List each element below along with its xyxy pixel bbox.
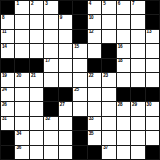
black-cell-r11c11 [146,146,159,159]
black-cell-r5c1 [1,59,14,72]
clue-number-17: 17 [44,59,50,64]
white-cell-r4c7[interactable] [88,44,101,57]
white-cell-r3c5[interactable] [59,30,72,43]
black-cell-r1c1 [1,1,14,14]
white-cell-r8c10[interactable]: 29 [131,102,144,115]
clue-number-23: 23 [102,73,108,78]
crossword-grid: 1234567891011121314151617181920212223242… [0,0,160,160]
clue-number-13: 13 [146,30,152,35]
clue-number-8: 8 [1,15,4,20]
clue-number-9: 9 [59,15,62,20]
white-cell-r9c2[interactable] [15,117,28,130]
white-cell-r4c10[interactable] [131,44,144,57]
white-cell-r4c3[interactable] [30,44,43,57]
white-cell-r4c5[interactable] [59,44,72,57]
white-cell-r11c4[interactable] [44,146,57,159]
white-cell-r9c4[interactable]: 32 [44,117,57,130]
white-cell-r3c3[interactable] [30,30,43,43]
white-cell-r5c9[interactable]: 18 [117,59,130,72]
white-cell-r1c7[interactable]: 4 [88,1,101,14]
black-cell-r9c6 [73,117,86,130]
black-cell-r7c4 [44,88,57,101]
white-cell-r1c3[interactable]: 2 [30,1,43,14]
white-cell-r1c4[interactable]: 3 [44,1,57,14]
crossword-puzzle: 1234567891011121314151617181920212223242… [0,0,160,160]
white-cell-r10c11[interactable] [146,131,159,144]
white-cell-r10c7[interactable]: 35 [88,131,101,144]
clue-number-29: 29 [131,102,137,107]
clue-number-30: 30 [146,102,152,107]
white-cell-r5c5[interactable] [59,59,72,72]
white-cell-r9c1[interactable]: 31 [1,117,14,130]
white-cell-r9c10[interactable] [131,117,144,130]
white-cell-r4c2[interactable] [15,44,28,57]
black-cell-r1c5 [59,1,72,14]
white-cell-r5c10[interactable] [131,59,144,72]
clue-number-26: 26 [1,102,7,107]
clue-number-34: 34 [15,131,21,136]
clue-number-16: 16 [117,44,123,49]
white-cell-r2c4[interactable] [44,15,57,28]
white-cell-r7c3[interactable] [30,88,43,101]
white-cell-r8c11[interactable]: 30 [146,102,159,115]
clue-number-31: 31 [1,117,7,122]
white-cell-r6c6[interactable] [73,73,86,86]
black-cell-r8c4 [44,102,57,115]
black-cell-r5c2 [15,59,28,72]
black-cell-r2c11 [146,15,159,28]
white-cell-r10c8[interactable] [102,131,115,144]
black-cell-r5c7 [88,59,101,72]
white-cell-r2c8[interactable] [102,15,115,28]
black-cell-r7c11 [146,88,159,101]
clue-number-22: 22 [88,73,94,78]
white-cell-r10c9[interactable] [117,131,130,144]
white-cell-r8c3[interactable] [30,102,43,115]
clue-number-4: 4 [88,1,91,6]
white-cell-r11c8[interactable]: 37 [102,146,115,159]
white-cell-r5c4[interactable]: 17 [44,59,57,72]
white-cell-r7c7[interactable] [88,88,101,101]
white-cell-r1c2[interactable]: 1 [15,1,28,14]
white-cell-r7c8[interactable] [102,88,115,101]
clue-number-20: 20 [15,73,21,78]
white-cell-r6c4[interactable] [44,73,57,86]
white-cell-r6c7[interactable]: 22 [88,73,101,86]
white-cell-r8c5[interactable]: 27 [59,102,72,115]
black-cell-r7c9 [117,88,130,101]
clue-number-5: 5 [102,1,105,6]
clue-number-25: 25 [73,88,79,93]
clue-number-10: 10 [88,15,94,20]
clue-number-12: 12 [88,30,94,35]
white-cell-r3c4[interactable] [44,30,57,43]
clue-number-36: 36 [15,146,21,151]
white-cell-r10c2[interactable]: 34 [15,131,28,144]
clue-number-33: 33 [88,117,94,122]
white-cell-r1c8[interactable]: 5 [102,1,115,14]
clue-number-18: 18 [117,59,123,64]
clue-number-15: 15 [73,44,79,49]
white-cell-r11c9[interactable] [117,146,130,159]
black-cell-r11c6 [73,146,86,159]
black-cell-r4c8 [102,44,115,57]
white-cell-r8c1[interactable]: 26 [1,102,14,115]
clue-number-1: 1 [15,1,18,6]
black-cell-r10c6 [73,131,86,144]
black-cell-r5c3 [30,59,43,72]
white-cell-r6c9[interactable] [117,73,130,86]
clue-number-3: 3 [44,1,47,6]
black-cell-r1c6 [73,1,86,14]
white-cell-r6c3[interactable]: 21 [30,73,43,86]
white-cell-r7c1[interactable]: 24 [1,88,14,101]
white-cell-r8c6[interactable] [73,102,86,115]
black-cell-r5c8 [102,59,115,72]
white-cell-r1c9[interactable]: 6 [117,1,130,14]
white-cell-r4c6[interactable]: 15 [73,44,86,57]
white-cell-r2c2[interactable] [15,15,28,28]
white-cell-r8c7[interactable] [88,102,101,115]
white-cell-r2c5[interactable]: 9 [59,15,72,28]
clue-number-37: 37 [102,146,108,151]
clue-number-19: 19 [1,73,7,78]
white-cell-r4c9[interactable]: 16 [117,44,130,57]
clue-number-21: 21 [30,73,36,78]
white-cell-r3c11[interactable]: 13 [146,30,159,43]
white-cell-r11c10[interactable] [131,146,144,159]
white-cell-r9c8[interactable] [102,117,115,130]
white-cell-r6c10[interactable] [131,73,144,86]
white-cell-r2c7[interactable]: 10 [88,15,101,28]
white-cell-r9c11[interactable] [146,117,159,130]
white-cell-r2c3[interactable] [30,15,43,28]
clue-number-7: 7 [131,1,134,6]
white-cell-r4c11[interactable] [146,44,159,57]
white-cell-r3c7[interactable]: 12 [88,30,101,43]
white-cell-r4c4[interactable] [44,44,57,57]
white-cell-r7c6[interactable]: 25 [73,88,86,101]
black-cell-r7c10 [131,88,144,101]
white-cell-r3c9[interactable] [117,30,130,43]
black-cell-r2c6 [73,15,86,28]
clue-number-24: 24 [1,88,7,93]
clue-number-27: 27 [59,102,65,107]
white-cell-r10c10[interactable] [131,131,144,144]
black-cell-r1c11 [146,1,159,14]
clue-number-28: 28 [117,102,123,107]
clue-number-32: 32 [44,117,50,122]
white-cell-r3c2[interactable] [15,30,28,43]
clue-number-2: 2 [30,1,33,6]
clue-number-6: 6 [117,1,120,6]
white-cell-r7c2[interactable] [15,88,28,101]
white-cell-r2c1[interactable]: 8 [1,15,14,28]
white-cell-r9c5[interactable] [59,117,72,130]
white-cell-r2c10[interactable] [131,15,144,28]
white-cell-r2c9[interactable] [117,15,130,28]
white-cell-r5c6[interactable] [73,59,86,72]
clue-number-35: 35 [88,131,94,136]
white-cell-r9c7[interactable]: 33 [88,117,101,130]
white-cell-r9c9[interactable] [117,117,130,130]
white-cell-r6c5[interactable] [59,73,72,86]
black-cell-r11c1 [1,146,14,159]
white-cell-r6c8[interactable]: 23 [102,73,115,86]
white-cell-r11c5[interactable] [59,146,72,159]
black-cell-r10c1 [1,131,14,144]
white-cell-r11c3[interactable] [30,146,43,159]
white-cell-r8c9[interactable]: 28 [117,102,130,115]
white-cell-r4c1[interactable]: 14 [1,44,14,57]
black-cell-r11c7 [88,146,101,159]
white-cell-r6c1[interactable]: 19 [1,73,14,86]
black-cell-r3c6 [73,30,86,43]
white-cell-r8c8[interactable] [102,102,115,115]
white-cell-r10c4[interactable] [44,131,57,144]
white-cell-r6c2[interactable]: 20 [15,73,28,86]
white-cell-r11c2[interactable]: 36 [15,146,28,159]
white-cell-r1c10[interactable]: 7 [131,1,144,14]
white-cell-r3c10[interactable] [131,30,144,43]
white-cell-r6c11[interactable] [146,73,159,86]
clue-number-11: 11 [1,30,6,35]
white-cell-r10c5[interactable] [59,131,72,144]
white-cell-r9c3[interactable] [30,117,43,130]
white-cell-r8c2[interactable] [15,102,28,115]
black-cell-r7c5 [59,88,72,101]
white-cell-r10c3[interactable] [30,131,43,144]
white-cell-r5c11[interactable] [146,59,159,72]
clue-number-14: 14 [1,44,7,49]
white-cell-r3c8[interactable] [102,30,115,43]
white-cell-r3c1[interactable]: 11 [1,30,14,43]
